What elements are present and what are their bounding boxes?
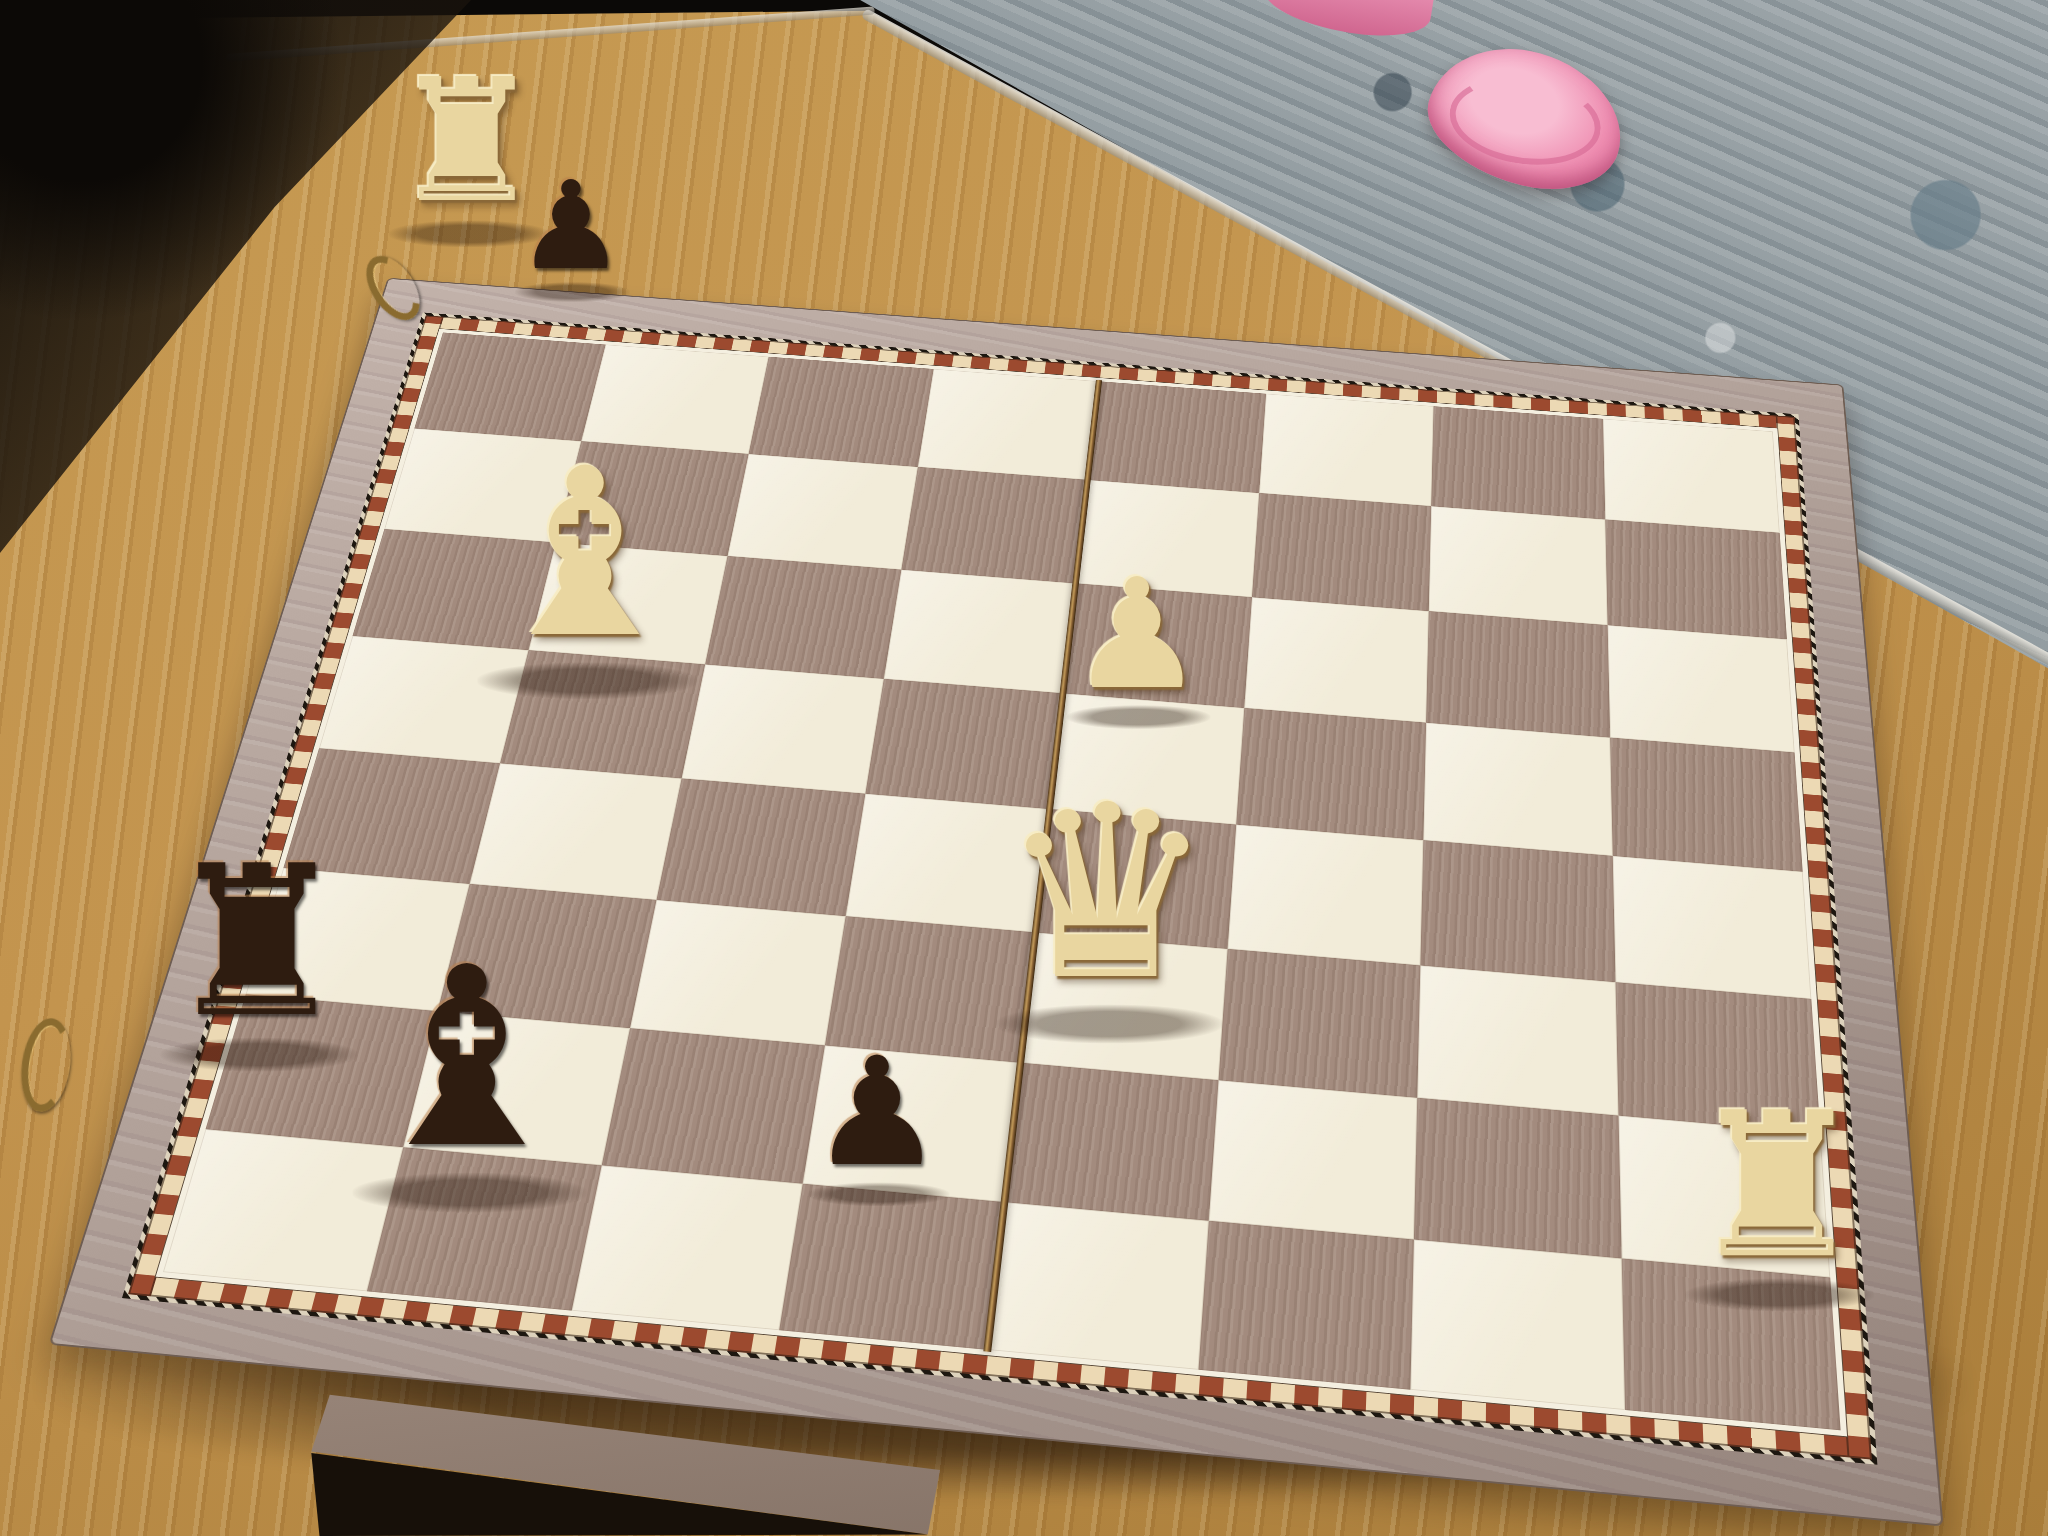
black-pawn-d1[interactable]: ♟: [795, 1030, 960, 1203]
white-bishop-b4[interactable]: ♝: [457, 427, 712, 694]
black-bishop-b1[interactable]: ♝: [331, 922, 604, 1207]
white-queen-e2[interactable]: ♛: [975, 761, 1239, 1037]
white-pawn-e4[interactable]: ♟: [1053, 551, 1220, 726]
pieces-layer: ♜♟♝♟♛♜♝♟♜: [0, 0, 2048, 1536]
black-pawn-b7[interactable]: ♟: [504, 159, 638, 299]
white-rook-h1[interactable]: ♜: [1667, 1076, 1887, 1306]
